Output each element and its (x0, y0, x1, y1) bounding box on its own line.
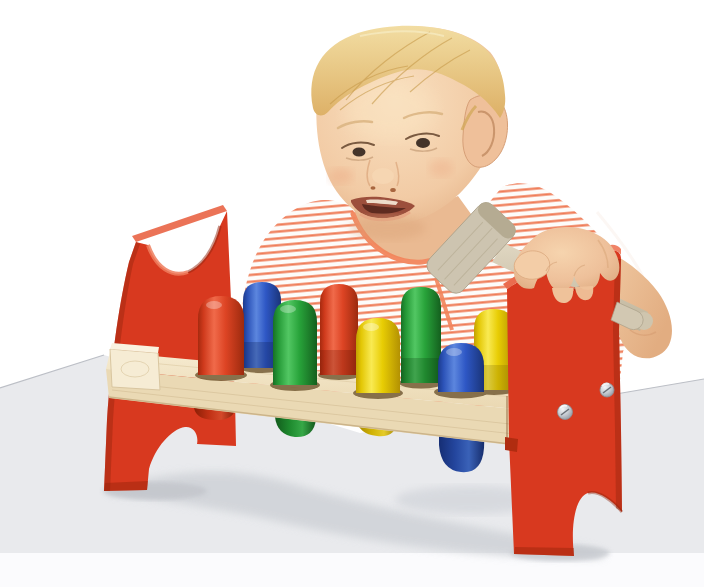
peg-blue-glint (446, 348, 462, 356)
right-nostril (390, 188, 396, 192)
right-eye (416, 138, 430, 148)
peg-green-front (273, 300, 317, 385)
right-cheek (429, 159, 453, 177)
peg-yellow-front (356, 318, 400, 393)
peg-red-glint (206, 301, 222, 309)
photo-stage (0, 0, 704, 587)
left-eye (353, 148, 366, 157)
peg-green-back-shade (401, 358, 441, 383)
peg-yellow-glint (363, 323, 379, 331)
nose-tip (372, 168, 394, 184)
left-cheek (329, 168, 353, 184)
chin-shadow (350, 216, 426, 240)
forehead-highlight (345, 80, 435, 140)
peg-red-back-shade (320, 350, 358, 375)
peg-green-glint (280, 305, 296, 313)
screw-lower-left (558, 405, 573, 420)
left-nostril (371, 186, 376, 190)
screw-upper-right (600, 383, 614, 397)
board-notch (505, 437, 518, 452)
peg-red-front (198, 296, 244, 375)
board-left-end (110, 349, 160, 390)
toddler-peg-bench-photo (0, 0, 704, 587)
